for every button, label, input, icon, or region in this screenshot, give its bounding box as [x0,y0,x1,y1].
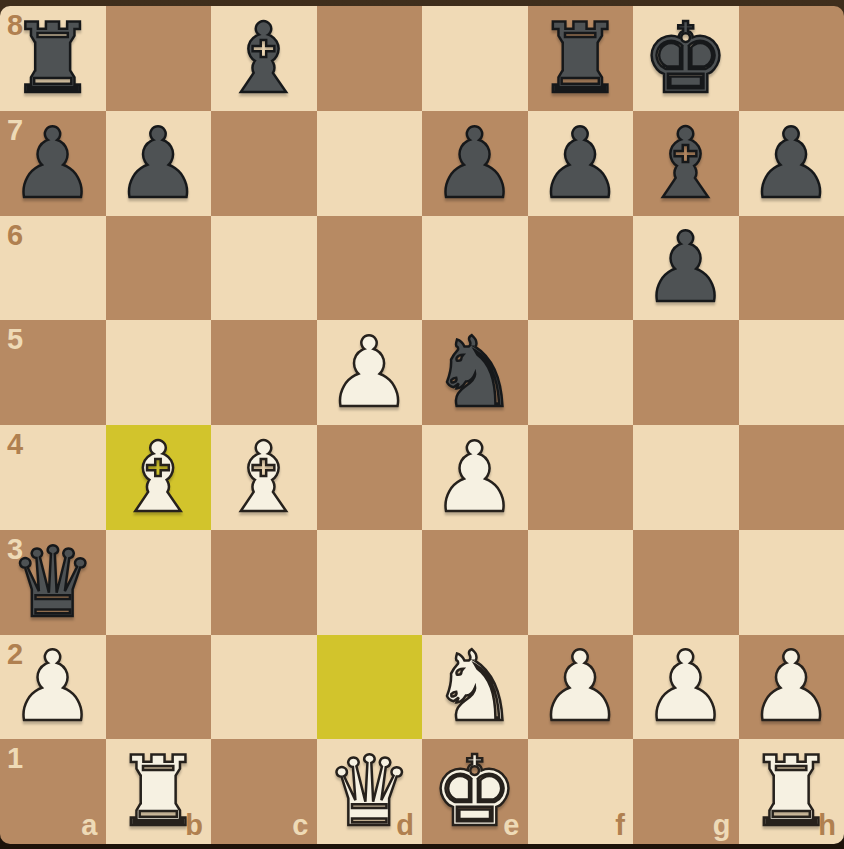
square-c3[interactable] [211,530,317,635]
piece-black-knight[interactable]: ♞ [422,320,528,425]
piece-white-pawn[interactable]: ♟ [422,425,528,530]
square-h6[interactable] [739,216,844,321]
rank-label-6: 6 [7,221,23,250]
square-h4[interactable] [739,425,844,530]
square-a8[interactable]: 8♜ [0,6,106,111]
square-e3[interactable] [422,530,528,635]
square-a3[interactable]: 3♛ [0,530,106,635]
square-f7[interactable]: ♟ [528,111,634,216]
piece-black-bishop[interactable]: ♝ [633,111,739,216]
piece-white-bishop[interactable]: ♝ [211,425,317,530]
square-f5[interactable] [528,320,634,425]
square-e2[interactable]: ♞ [422,635,528,740]
square-c7[interactable] [211,111,317,216]
square-e4[interactable]: ♟ [422,425,528,530]
chess-board-frame: 8♜♝♜♚7♟♟♟♟♝♟6♟5♟♞4♝♝♟3♛2♟♞♟♟♟1ab♜cd♛e♚fg… [0,0,844,849]
square-b5[interactable] [106,320,212,425]
square-d1[interactable]: d♛ [317,739,423,844]
square-d3[interactable] [317,530,423,635]
rank-label-5: 5 [7,325,23,354]
square-f1[interactable]: f [528,739,634,844]
piece-black-pawn[interactable]: ♟ [633,216,739,321]
square-c5[interactable] [211,320,317,425]
square-f6[interactable] [528,216,634,321]
piece-black-pawn[interactable]: ♟ [106,111,212,216]
square-c8[interactable]: ♝ [211,6,317,111]
square-h1[interactable]: h♜ [739,739,844,844]
square-b1[interactable]: b♜ [106,739,212,844]
piece-white-pawn[interactable]: ♟ [317,320,423,425]
square-e8[interactable] [422,6,528,111]
square-f2[interactable]: ♟ [528,635,634,740]
piece-black-pawn[interactable]: ♟ [422,111,528,216]
square-c4[interactable]: ♝ [211,425,317,530]
piece-black-rook[interactable]: ♜ [528,6,634,111]
piece-black-queen[interactable]: ♛ [0,530,106,635]
chess-board: 8♜♝♜♚7♟♟♟♟♝♟6♟5♟♞4♝♝♟3♛2♟♞♟♟♟1ab♜cd♛e♚fg… [0,6,844,844]
square-d5[interactable]: ♟ [317,320,423,425]
square-d4[interactable] [317,425,423,530]
square-d8[interactable] [317,6,423,111]
square-g5[interactable] [633,320,739,425]
piece-white-rook[interactable]: ♜ [739,739,844,844]
square-c6[interactable] [211,216,317,321]
rank-label-1: 1 [7,744,23,773]
square-e6[interactable] [422,216,528,321]
square-h7[interactable]: ♟ [739,111,844,216]
square-a2[interactable]: 2♟ [0,635,106,740]
file-label-a: a [81,811,97,840]
file-label-f: f [615,811,625,840]
square-b8[interactable] [106,6,212,111]
square-d6[interactable] [317,216,423,321]
square-a4[interactable]: 4 [0,425,106,530]
piece-black-king[interactable]: ♚ [633,6,739,111]
square-b7[interactable]: ♟ [106,111,212,216]
piece-black-rook[interactable]: ♜ [0,6,106,111]
square-f8[interactable]: ♜ [528,6,634,111]
square-h8[interactable] [739,6,844,111]
square-c1[interactable]: c [211,739,317,844]
square-d7[interactable] [317,111,423,216]
square-d2[interactable] [317,635,423,740]
piece-white-pawn[interactable]: ♟ [739,635,844,740]
square-g8[interactable]: ♚ [633,6,739,111]
piece-white-pawn[interactable]: ♟ [0,635,106,740]
square-b4[interactable]: ♝ [106,425,212,530]
square-e7[interactable]: ♟ [422,111,528,216]
square-g1[interactable]: g [633,739,739,844]
square-g7[interactable]: ♝ [633,111,739,216]
square-f3[interactable] [528,530,634,635]
file-label-c: c [292,811,308,840]
piece-black-pawn[interactable]: ♟ [0,111,106,216]
square-h3[interactable] [739,530,844,635]
square-h5[interactable] [739,320,844,425]
piece-white-rook[interactable]: ♜ [106,739,212,844]
piece-white-king[interactable]: ♚ [422,739,528,844]
square-a6[interactable]: 6 [0,216,106,321]
square-c2[interactable] [211,635,317,740]
piece-black-pawn[interactable]: ♟ [528,111,634,216]
square-a1[interactable]: 1a [0,739,106,844]
rank-label-4: 4 [7,430,23,459]
square-g2[interactable]: ♟ [633,635,739,740]
piece-black-bishop[interactable]: ♝ [211,6,317,111]
piece-white-pawn[interactable]: ♟ [528,635,634,740]
square-e1[interactable]: e♚ [422,739,528,844]
square-g6[interactable]: ♟ [633,216,739,321]
square-b3[interactable] [106,530,212,635]
piece-white-knight[interactable]: ♞ [422,635,528,740]
piece-white-queen[interactable]: ♛ [317,739,423,844]
square-a7[interactable]: 7♟ [0,111,106,216]
file-label-g: g [713,811,731,840]
piece-white-bishop[interactable]: ♝ [106,425,212,530]
square-f4[interactable] [528,425,634,530]
square-g4[interactable] [633,425,739,530]
piece-black-pawn[interactable]: ♟ [739,111,844,216]
square-h2[interactable]: ♟ [739,635,844,740]
piece-white-pawn[interactable]: ♟ [633,635,739,740]
square-g3[interactable] [633,530,739,635]
square-b2[interactable] [106,635,212,740]
square-e5[interactable]: ♞ [422,320,528,425]
square-b6[interactable] [106,216,212,321]
square-a5[interactable]: 5 [0,320,106,425]
